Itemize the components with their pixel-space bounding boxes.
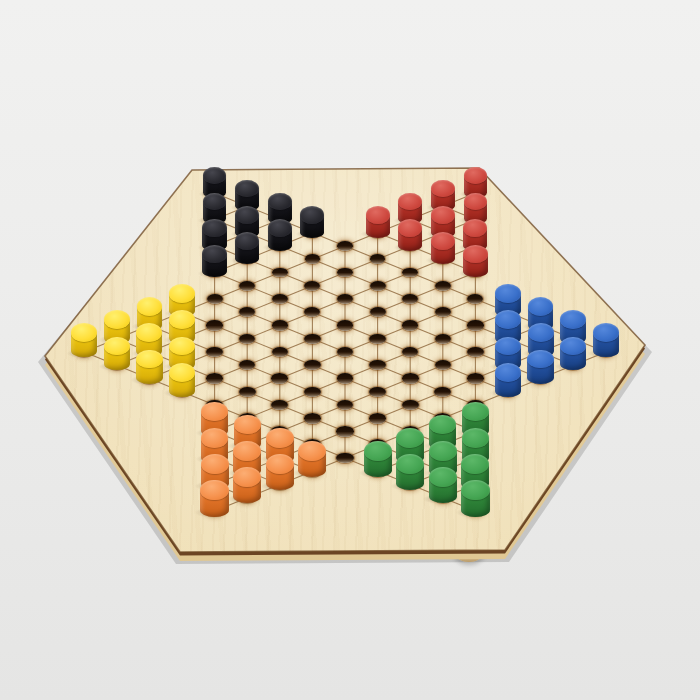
peg-green-8-top[interactable] bbox=[461, 454, 489, 474]
hole-c5-r6[interactable] bbox=[206, 320, 222, 330]
peg-blue-3-top[interactable] bbox=[495, 310, 521, 329]
hole-c11-r7[interactable] bbox=[402, 373, 419, 383]
peg-red-6-top[interactable] bbox=[431, 206, 455, 223]
peg-yellow-2-top[interactable] bbox=[137, 297, 162, 315]
hole-c10-r5[interactable] bbox=[369, 334, 385, 344]
peg-red-9-top[interactable] bbox=[431, 232, 455, 250]
peg-orange-9-top[interactable] bbox=[233, 467, 261, 487]
hole-c8-r5[interactable] bbox=[304, 334, 320, 344]
peg-green-9-top[interactable] bbox=[429, 467, 457, 487]
hole-c6-r6[interactable] bbox=[239, 334, 255, 344]
hole-c10-r4[interactable] bbox=[370, 307, 386, 317]
hole-c12-r8[interactable] bbox=[434, 387, 451, 397]
peg-orange-3-top[interactable] bbox=[201, 428, 229, 448]
peg-red-1-top[interactable] bbox=[464, 167, 487, 184]
hole-c13-r6[interactable] bbox=[467, 320, 483, 330]
peg-red-10-top[interactable] bbox=[463, 245, 488, 263]
hole-c10-r8[interactable] bbox=[369, 413, 386, 424]
hole-c8-r7[interactable] bbox=[304, 387, 321, 397]
hole-c8-r3[interactable] bbox=[304, 281, 320, 291]
peg-yellow-3-top[interactable] bbox=[104, 310, 130, 329]
hole-c12-r6[interactable] bbox=[435, 334, 451, 344]
hole-c5-r5[interactable] bbox=[207, 294, 223, 304]
peg-green-3-top[interactable] bbox=[396, 428, 424, 448]
peg-black-8-top[interactable] bbox=[268, 219, 292, 236]
peg-red-2-top[interactable] bbox=[431, 180, 455, 197]
peg-green-5-top[interactable] bbox=[364, 441, 392, 461]
hole-c5-r7[interactable] bbox=[206, 347, 222, 357]
peg-yellow-4-top[interactable] bbox=[169, 310, 195, 329]
peg-blue-10-top[interactable] bbox=[495, 363, 522, 382]
hole-c8-r8[interactable] bbox=[304, 413, 321, 424]
hole-c12-r4[interactable] bbox=[435, 281, 451, 291]
peg-orange-7-top[interactable] bbox=[201, 454, 229, 474]
peg-orange-6-top[interactable] bbox=[298, 441, 326, 461]
peg-black-6-top[interactable] bbox=[300, 206, 324, 223]
peg-black-7-top[interactable] bbox=[202, 219, 226, 236]
hole-c9-r1[interactable] bbox=[337, 241, 353, 251]
peg-orange-8-top[interactable] bbox=[266, 454, 294, 474]
hole-c7-r4[interactable] bbox=[272, 294, 288, 304]
peg-blue-5-top[interactable] bbox=[528, 323, 554, 342]
peg-orange-2-top[interactable] bbox=[234, 415, 261, 435]
peg-yellow-1-top[interactable] bbox=[169, 284, 194, 302]
peg-yellow-7-top[interactable] bbox=[104, 337, 130, 356]
peg-blue-4-top[interactable] bbox=[560, 310, 586, 329]
peg-green-1-top[interactable] bbox=[462, 402, 489, 422]
hole-c13-r7[interactable] bbox=[467, 347, 483, 357]
hole-c6-r4[interactable] bbox=[239, 281, 255, 291]
peg-yellow-10-top[interactable] bbox=[169, 363, 196, 382]
peg-orange-5-top[interactable] bbox=[233, 441, 261, 461]
peg-red-8-top[interactable] bbox=[463, 219, 487, 236]
hole-c9-r6[interactable] bbox=[337, 373, 354, 383]
hole-c7-r7[interactable] bbox=[271, 373, 288, 383]
peg-red-5-top[interactable] bbox=[366, 206, 390, 223]
hole-c9-r3[interactable] bbox=[337, 294, 353, 304]
peg-blue-7-top[interactable] bbox=[495, 337, 521, 356]
peg-black-10-top[interactable] bbox=[202, 245, 227, 263]
hole-c11-r8[interactable] bbox=[402, 400, 419, 410]
hole-c6-r8[interactable] bbox=[239, 387, 256, 397]
hole-c9-r4[interactable] bbox=[337, 320, 353, 330]
peg-yellow-9-top[interactable] bbox=[136, 350, 162, 369]
peg-yellow-8-top[interactable] bbox=[169, 337, 195, 356]
peg-orange-1-top[interactable] bbox=[201, 402, 228, 422]
hole-c7-r6[interactable] bbox=[272, 347, 288, 357]
hole-c10-r7[interactable] bbox=[369, 387, 386, 397]
peg-blue-6-top[interactable] bbox=[593, 323, 619, 342]
hole-c11-r4[interactable] bbox=[402, 294, 418, 304]
peg-green-6-top[interactable] bbox=[429, 441, 457, 461]
hole-c9-r9[interactable] bbox=[336, 453, 353, 464]
hole-c7-r3[interactable] bbox=[272, 268, 288, 278]
peg-orange-4-top[interactable] bbox=[266, 428, 294, 448]
peg-blue-2-top[interactable] bbox=[528, 297, 553, 315]
hole-c7-r5[interactable] bbox=[272, 320, 288, 330]
scene bbox=[0, 0, 700, 700]
peg-red-7-top[interactable] bbox=[398, 219, 422, 236]
peg-orange-10-top[interactable] bbox=[200, 480, 228, 500]
hole-c13-r8[interactable] bbox=[467, 373, 484, 383]
peg-blue-9-top[interactable] bbox=[527, 350, 553, 369]
hole-c10-r3[interactable] bbox=[370, 281, 386, 291]
hole-c5-r8[interactable] bbox=[206, 373, 223, 383]
peg-green-10-top[interactable] bbox=[461, 480, 489, 500]
peg-black-5-top[interactable] bbox=[235, 206, 259, 223]
peg-blue-1-top[interactable] bbox=[495, 284, 520, 302]
hole-c9-r8[interactable] bbox=[336, 426, 353, 437]
peg-green-7-top[interactable] bbox=[396, 454, 424, 474]
peg-green-4-top[interactable] bbox=[462, 428, 490, 448]
hole-c11-r5[interactable] bbox=[402, 320, 418, 330]
